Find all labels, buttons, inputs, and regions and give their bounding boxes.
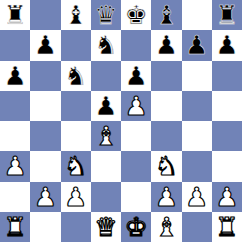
piece-black-pawn: ♟ [34,32,57,58]
square-c6[interactable]: ♞ [61,61,91,91]
square-f3[interactable]: ♞ [151,151,181,181]
piece-white-bishop: ♝ [155,214,178,240]
square-b5[interactable] [30,91,60,121]
square-d4[interactable]: ♝ [91,121,121,151]
piece-black-bishop: ♝ [155,2,178,28]
square-g1[interactable] [182,212,212,242]
square-d1[interactable]: ♛ [91,212,121,242]
square-f5[interactable] [151,91,181,121]
square-c2[interactable]: ♟ [61,182,91,212]
piece-white-pawn: ♟ [64,184,87,210]
square-e5[interactable]: ♟ [121,91,151,121]
square-f1[interactable]: ♝ [151,212,181,242]
square-e3[interactable] [121,151,151,181]
square-a2[interactable] [0,182,30,212]
square-g6[interactable] [182,61,212,91]
piece-white-pawn: ♟ [3,153,26,179]
square-a5[interactable] [0,91,30,121]
piece-black-pawn: ♟ [155,32,178,58]
piece-white-pawn: ♟ [124,93,147,119]
piece-white-rook: ♜ [3,214,26,240]
square-b3[interactable] [30,151,60,181]
square-d6[interactable] [91,61,121,91]
piece-white-pawn: ♟ [34,184,57,210]
piece-black-rook: ♜ [215,2,238,28]
square-a1[interactable]: ♜ [0,212,30,242]
square-h8[interactable]: ♜ [212,0,242,30]
square-b1[interactable] [30,212,60,242]
square-a4[interactable] [0,121,30,151]
piece-black-pawn: ♟ [215,32,238,58]
square-c5[interactable] [61,91,91,121]
square-c4[interactable] [61,121,91,151]
piece-white-queen: ♛ [94,214,117,240]
square-a6[interactable]: ♟ [0,61,30,91]
square-c3[interactable]: ♞ [61,151,91,181]
piece-black-knight: ♞ [94,32,117,58]
square-b4[interactable] [30,121,60,151]
piece-black-pawn: ♟ [185,32,208,58]
square-h6[interactable] [212,61,242,91]
square-e6[interactable]: ♟ [121,61,151,91]
square-e2[interactable] [121,182,151,212]
piece-white-king: ♚ [124,214,147,240]
piece-black-queen: ♛ [94,2,117,28]
square-d8[interactable]: ♛ [91,0,121,30]
square-f8[interactable]: ♝ [151,0,181,30]
square-b2[interactable]: ♟ [30,182,60,212]
square-e1[interactable]: ♚ [121,212,151,242]
piece-black-pawn: ♟ [124,63,147,89]
square-g2[interactable]: ♟ [182,182,212,212]
square-h1[interactable]: ♜ [212,212,242,242]
piece-black-pawn: ♟ [3,63,26,89]
piece-white-knight: ♞ [64,153,87,179]
piece-white-knight: ♞ [155,153,178,179]
piece-white-pawn: ♟ [155,184,178,210]
square-g7[interactable]: ♟ [182,30,212,60]
piece-white-pawn: ♟ [215,184,238,210]
square-b8[interactable] [30,0,60,30]
piece-black-king: ♚ [124,2,147,28]
square-a7[interactable] [0,30,30,60]
piece-white-rook: ♜ [215,214,238,240]
square-h5[interactable] [212,91,242,121]
chess-board: ♜♝♛♚♝♜♟♞♟♟♟♟♞♟♟♟♝♟♞♞♟♟♟♟♟♜♛♚♝♜ [0,0,242,242]
square-f7[interactable]: ♟ [151,30,181,60]
square-h2[interactable]: ♟ [212,182,242,212]
square-d2[interactable] [91,182,121,212]
piece-black-knight: ♞ [64,63,87,89]
piece-black-pawn: ♟ [94,93,117,119]
square-a8[interactable]: ♜ [0,0,30,30]
square-a3[interactable]: ♟ [0,151,30,181]
piece-white-bishop: ♝ [94,123,117,149]
square-e4[interactable] [121,121,151,151]
square-b6[interactable] [30,61,60,91]
square-g8[interactable] [182,0,212,30]
square-d5[interactable]: ♟ [91,91,121,121]
square-d3[interactable] [91,151,121,181]
square-g5[interactable] [182,91,212,121]
square-h4[interactable] [212,121,242,151]
square-c1[interactable] [61,212,91,242]
square-g3[interactable] [182,151,212,181]
square-c8[interactable]: ♝ [61,0,91,30]
square-f2[interactable]: ♟ [151,182,181,212]
square-b7[interactable]: ♟ [30,30,60,60]
square-d7[interactable]: ♞ [91,30,121,60]
square-c7[interactable] [61,30,91,60]
square-h3[interactable] [212,151,242,181]
square-f6[interactable] [151,61,181,91]
square-e7[interactable] [121,30,151,60]
square-h7[interactable]: ♟ [212,30,242,60]
piece-white-pawn: ♟ [185,184,208,210]
piece-black-bishop: ♝ [64,2,87,28]
square-e8[interactable]: ♚ [121,0,151,30]
piece-black-rook: ♜ [3,2,26,28]
square-f4[interactable] [151,121,181,151]
square-g4[interactable] [182,121,212,151]
